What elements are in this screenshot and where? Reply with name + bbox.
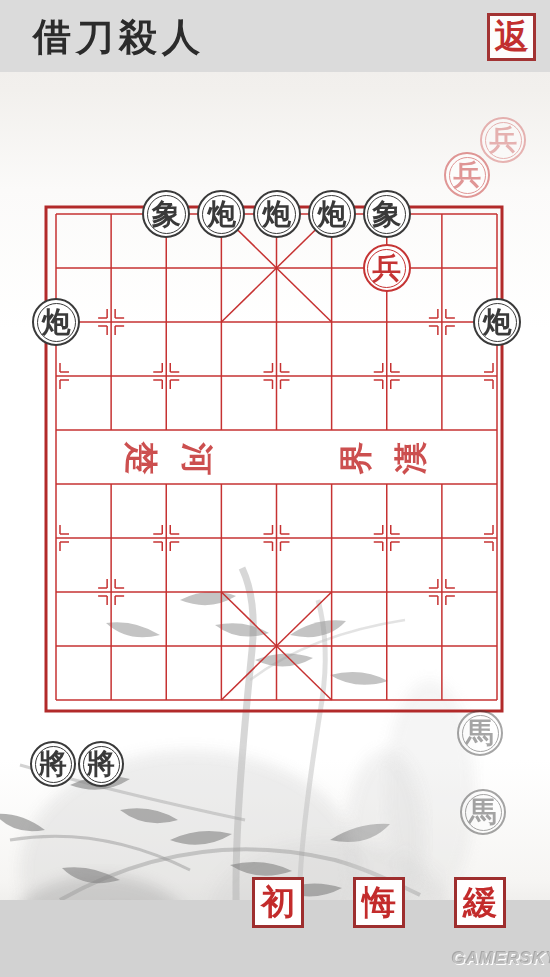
xiangqi-puzzle-app: { "game": "xiangqi", "app": { "title": "… — [0, 0, 550, 977]
piece-glyph: 炮 — [317, 200, 346, 229]
piece-glyph: 炮 — [483, 308, 512, 337]
tray-piece-black-general: 將 — [30, 741, 76, 787]
piece-black-cannon[interactable]: 炮 — [253, 190, 301, 238]
hint-button[interactable]: 緩 — [454, 877, 506, 928]
piece-glyph: 兵 — [489, 126, 517, 154]
piece-glyph: 炮 — [42, 308, 71, 337]
tray-piece-black-horse: 馬 — [460, 789, 506, 835]
piece-glyph: 將 — [39, 750, 67, 778]
piece-black-elephant[interactable]: 象 — [363, 190, 411, 238]
xiangqi-board[interactable] — [0, 0, 550, 977]
back-button[interactable]: 返 — [487, 13, 536, 61]
river-label-han: 漢 — [389, 442, 434, 475]
tray-piece-red-soldier: 兵 — [444, 152, 490, 198]
piece-black-cannon[interactable]: 炮 — [197, 190, 245, 238]
tray-piece-black-general: 將 — [78, 741, 124, 787]
river-label-he: 河 — [174, 443, 219, 476]
page-title: 借刀殺人 — [33, 12, 205, 63]
piece-glyph: 將 — [87, 750, 115, 778]
piece-glyph: 象 — [372, 200, 401, 229]
piece-glyph: 炮 — [207, 200, 236, 229]
header-bar: 借刀殺人 返 — [0, 0, 550, 72]
piece-black-cannon[interactable]: 炮 — [32, 298, 80, 346]
piece-glyph: 馬 — [466, 719, 494, 747]
piece-glyph: 馬 — [469, 798, 497, 826]
piece-glyph: 兵 — [453, 161, 481, 189]
piece-red-soldier[interactable]: 兵 — [363, 244, 411, 292]
undo-button[interactable]: 悔 — [353, 877, 405, 928]
tray-piece-black-horse: 馬 — [457, 710, 503, 756]
tray-piece-red-soldier: 兵 — [480, 117, 526, 163]
piece-glyph: 兵 — [372, 254, 401, 283]
restart-button[interactable]: 初 — [252, 877, 304, 928]
piece-black-cannon[interactable]: 炮 — [308, 190, 356, 238]
piece-black-cannon[interactable]: 炮 — [473, 298, 521, 346]
piece-glyph: 象 — [152, 200, 181, 229]
gamersky-watermark: GAMERSKY — [452, 949, 550, 969]
river-label-chu: 楚 — [118, 442, 163, 475]
piece-glyph: 炮 — [262, 200, 291, 229]
piece-black-elephant[interactable]: 象 — [142, 190, 190, 238]
river-label-jie: 界 — [334, 442, 379, 475]
